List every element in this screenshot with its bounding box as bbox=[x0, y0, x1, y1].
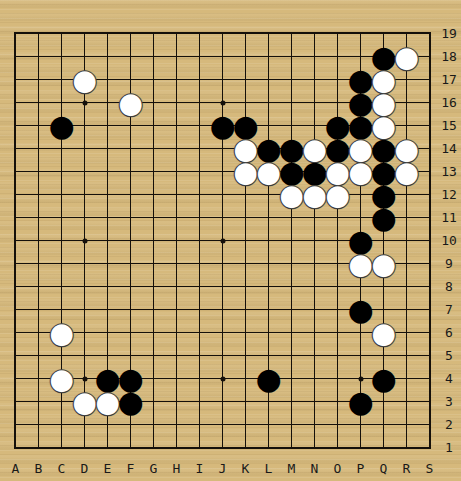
col-label-L: L bbox=[257, 460, 280, 478]
row-label-7: 7 bbox=[437, 298, 461, 321]
row-label-16: 16 bbox=[437, 91, 461, 114]
row-label-9: 9 bbox=[437, 252, 461, 275]
stone-white-P13: ● bbox=[349, 160, 372, 183]
stone-white-K13: ● bbox=[234, 160, 257, 183]
stone-white-E3: ● bbox=[96, 390, 119, 413]
row-label-3: 3 bbox=[437, 390, 461, 413]
column-labels: ABCDEFGHIJKLMNOPQRS bbox=[4, 460, 441, 478]
row-label-19: 19 bbox=[437, 22, 461, 45]
col-label-B: B bbox=[27, 460, 50, 478]
col-label-S: S bbox=[418, 460, 441, 478]
row-labels: 19181716151413121110987654321 bbox=[437, 22, 461, 459]
col-label-G: G bbox=[142, 460, 165, 478]
col-label-R: R bbox=[395, 460, 418, 478]
row-label-1: 1 bbox=[437, 436, 461, 459]
col-label-P: P bbox=[349, 460, 372, 478]
row-label-2: 2 bbox=[437, 413, 461, 436]
stone-white-F16: ● bbox=[119, 91, 142, 114]
stone-black-C15: ● bbox=[50, 114, 73, 137]
stone-white-Q6: ● bbox=[372, 321, 395, 344]
col-label-Q: Q bbox=[372, 460, 395, 478]
stone-white-R18: ● bbox=[395, 45, 418, 68]
row-label-6: 6 bbox=[437, 321, 461, 344]
col-label-D: D bbox=[73, 460, 96, 478]
stone-black-Q11: ● bbox=[372, 206, 395, 229]
stone-white-D3: ● bbox=[73, 390, 96, 413]
stone-black-Q4: ● bbox=[372, 367, 395, 390]
col-label-A: A bbox=[4, 460, 27, 478]
stone-black-P3: ● bbox=[349, 390, 372, 413]
stone-white-P9: ● bbox=[349, 252, 372, 275]
col-label-J: J bbox=[211, 460, 234, 478]
row-label-15: 15 bbox=[437, 114, 461, 137]
stones-layer: ●●●●●●●●●●●●●●●●●●●●●●●●●●●●●●●●●●●●●●●●… bbox=[4, 22, 441, 459]
col-label-N: N bbox=[303, 460, 326, 478]
row-label-4: 4 bbox=[437, 367, 461, 390]
stone-white-M12: ● bbox=[280, 183, 303, 206]
row-label-11: 11 bbox=[437, 206, 461, 229]
stone-white-R13: ● bbox=[395, 160, 418, 183]
row-label-14: 14 bbox=[437, 137, 461, 160]
stone-white-C6: ● bbox=[50, 321, 73, 344]
stone-black-P7: ● bbox=[349, 298, 372, 321]
stone-black-F3: ● bbox=[119, 390, 142, 413]
row-label-18: 18 bbox=[437, 45, 461, 68]
col-label-H: H bbox=[165, 460, 188, 478]
stone-white-Q9: ● bbox=[372, 252, 395, 275]
go-board-screenshot: ●●●●●●●●●●●●●●●●●●●●●●●●●●●●●●●●●●●●●●●●… bbox=[0, 0, 461, 481]
stone-white-L13: ● bbox=[257, 160, 280, 183]
stone-white-D17: ● bbox=[73, 68, 96, 91]
row-label-10: 10 bbox=[437, 229, 461, 252]
stone-white-C4: ● bbox=[50, 367, 73, 390]
col-label-F: F bbox=[119, 460, 142, 478]
stone-black-J15: ● bbox=[211, 114, 234, 137]
row-label-8: 8 bbox=[437, 275, 461, 298]
col-label-I: I bbox=[188, 460, 211, 478]
col-label-E: E bbox=[96, 460, 119, 478]
row-label-12: 12 bbox=[437, 183, 461, 206]
col-label-O: O bbox=[326, 460, 349, 478]
stone-white-N12: ● bbox=[303, 183, 326, 206]
col-label-C: C bbox=[50, 460, 73, 478]
stone-white-O12: ● bbox=[326, 183, 349, 206]
col-label-M: M bbox=[280, 460, 303, 478]
row-label-17: 17 bbox=[437, 68, 461, 91]
row-label-5: 5 bbox=[437, 344, 461, 367]
row-label-13: 13 bbox=[437, 160, 461, 183]
col-label-K: K bbox=[234, 460, 257, 478]
stone-black-L4: ● bbox=[257, 367, 280, 390]
